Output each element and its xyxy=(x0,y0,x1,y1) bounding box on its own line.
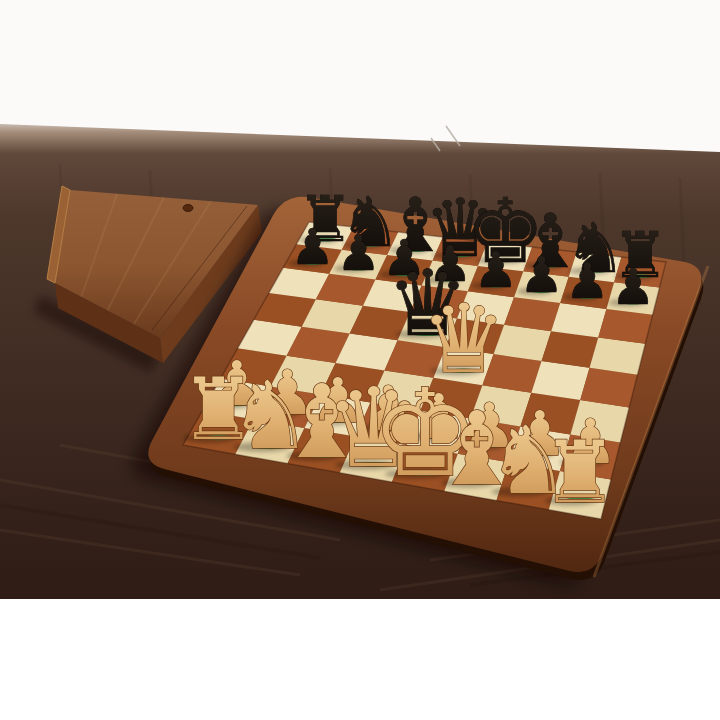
piece-black-pawn-g7: ♟ xyxy=(563,252,610,310)
black-pawn-glyph: ♟ xyxy=(611,258,655,316)
product-photo: ♜♞♝♛♚♝♞♜♟♟♟♟♟♟♟♟♛♛♟♟♟♟♟♟♟♟♜♞♝♛♚♝♞♜ xyxy=(0,0,720,720)
black-pawn-glyph: ♟ xyxy=(336,224,380,282)
piece-black-pawn-a7: ♟ xyxy=(288,218,335,276)
chess-set-scene: ♜♞♝♛♚♝♞♜♟♟♟♟♟♟♟♟♛♛♟♟♟♟♟♟♟♟♜♞♝♛♚♝♞♜ xyxy=(0,0,720,720)
black-pawn-glyph: ♟ xyxy=(520,246,564,304)
piece-black-pawn-h7: ♟ xyxy=(609,258,656,316)
piece-black-pawn-b7: ♟ xyxy=(334,224,381,282)
box-finger-hole xyxy=(183,205,193,212)
black-pawn-glyph: ♟ xyxy=(565,252,609,310)
white-rook-glyph: ♜ xyxy=(542,422,619,522)
piece-white-rook-h1: ♜ xyxy=(542,422,619,522)
black-pawn-glyph: ♟ xyxy=(291,218,335,276)
piece-black-pawn-f7: ♟ xyxy=(517,246,564,304)
